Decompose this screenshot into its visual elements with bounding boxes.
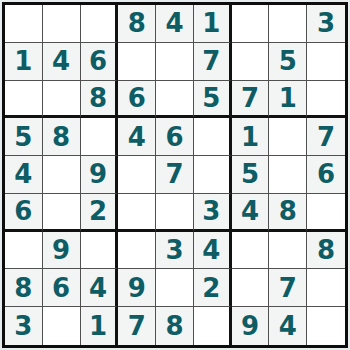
cell-r7c5: 3: [156, 232, 194, 270]
cell-r9c7: 9: [232, 307, 270, 345]
cell-r2c4[interactable]: [118, 43, 156, 81]
cell-r7c9: 8: [307, 232, 345, 270]
sudoku-board-frame: 8413146758657158461749756623489348864927…: [0, 0, 350, 350]
cell-r4c5: 6: [156, 118, 194, 156]
cell-r5c6[interactable]: [194, 156, 232, 194]
cell-r2c9[interactable]: [307, 43, 345, 81]
cell-r3c6: 5: [194, 81, 232, 119]
cell-r7c3[interactable]: [81, 232, 119, 270]
cell-r6c1: 6: [5, 194, 43, 232]
cell-r9c8: 4: [269, 307, 307, 345]
cell-r5c8[interactable]: [269, 156, 307, 194]
cell-r8c1: 8: [5, 269, 43, 307]
cell-r3c4: 6: [118, 81, 156, 119]
cell-r4c7: 1: [232, 118, 270, 156]
cell-r2c7[interactable]: [232, 43, 270, 81]
cell-r8c5[interactable]: [156, 269, 194, 307]
cell-r6c4[interactable]: [118, 194, 156, 232]
cell-r3c7: 7: [232, 81, 270, 119]
cell-r3c3: 8: [81, 81, 119, 119]
cell-r6c3: 2: [81, 194, 119, 232]
cell-r2c8: 5: [269, 43, 307, 81]
cell-r1c6: 1: [194, 5, 232, 43]
cell-r1c9: 3: [307, 5, 345, 43]
cell-r5c3: 9: [81, 156, 119, 194]
cell-r8c4: 9: [118, 269, 156, 307]
cell-r1c2[interactable]: [43, 5, 81, 43]
cell-r3c1[interactable]: [5, 81, 43, 119]
cell-r6c9[interactable]: [307, 194, 345, 232]
cell-r9c9[interactable]: [307, 307, 345, 345]
cell-r5c4[interactable]: [118, 156, 156, 194]
cell-r2c5[interactable]: [156, 43, 194, 81]
cell-r4c4: 4: [118, 118, 156, 156]
cell-r9c3: 1: [81, 307, 119, 345]
cell-r8c2: 6: [43, 269, 81, 307]
cell-r3c9[interactable]: [307, 81, 345, 119]
cell-r4c9: 7: [307, 118, 345, 156]
cell-r8c9[interactable]: [307, 269, 345, 307]
cell-r1c4: 8: [118, 5, 156, 43]
cell-r6c7: 4: [232, 194, 270, 232]
cell-r5c5: 7: [156, 156, 194, 194]
cell-r1c8[interactable]: [269, 5, 307, 43]
cell-r4c6[interactable]: [194, 118, 232, 156]
cell-r1c5: 4: [156, 5, 194, 43]
cell-r4c1: 5: [5, 118, 43, 156]
cell-r9c5: 8: [156, 307, 194, 345]
cell-r5c7: 5: [232, 156, 270, 194]
cell-r2c3: 6: [81, 43, 119, 81]
cell-r1c7[interactable]: [232, 5, 270, 43]
cell-r9c2[interactable]: [43, 307, 81, 345]
cell-r2c6: 7: [194, 43, 232, 81]
cell-r8c6: 2: [194, 269, 232, 307]
cell-r1c3[interactable]: [81, 5, 119, 43]
sudoku-grid: 8413146758657158461749756623489348864927…: [2, 2, 348, 348]
cell-r8c8: 7: [269, 269, 307, 307]
cell-r9c4: 7: [118, 307, 156, 345]
cell-r6c2[interactable]: [43, 194, 81, 232]
cell-r7c8[interactable]: [269, 232, 307, 270]
cell-r8c7[interactable]: [232, 269, 270, 307]
cell-r7c4[interactable]: [118, 232, 156, 270]
cell-r5c2[interactable]: [43, 156, 81, 194]
cell-r5c1: 4: [5, 156, 43, 194]
cell-r3c2[interactable]: [43, 81, 81, 119]
cell-r4c8[interactable]: [269, 118, 307, 156]
cell-r6c8: 8: [269, 194, 307, 232]
cell-r7c2: 9: [43, 232, 81, 270]
cell-r8c3: 4: [81, 269, 119, 307]
cell-r7c1[interactable]: [5, 232, 43, 270]
cell-r4c3[interactable]: [81, 118, 119, 156]
cell-r1c1[interactable]: [5, 5, 43, 43]
cell-r6c6: 3: [194, 194, 232, 232]
cell-r4c2: 8: [43, 118, 81, 156]
cell-r9c1: 3: [5, 307, 43, 345]
cell-r7c7[interactable]: [232, 232, 270, 270]
cell-r3c8: 1: [269, 81, 307, 119]
cell-r2c1: 1: [5, 43, 43, 81]
cell-r2c2: 4: [43, 43, 81, 81]
cell-r5c9: 6: [307, 156, 345, 194]
cell-r7c6: 4: [194, 232, 232, 270]
cell-r3c5[interactable]: [156, 81, 194, 119]
cell-r6c5[interactable]: [156, 194, 194, 232]
cell-r9c6[interactable]: [194, 307, 232, 345]
